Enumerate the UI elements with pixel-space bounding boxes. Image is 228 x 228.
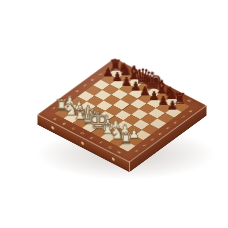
square-h8 bbox=[173, 102, 190, 112]
square-f6 bbox=[139, 103, 156, 113]
brass-clasp-icon bbox=[112, 157, 115, 162]
brass-clasp-icon bbox=[51, 126, 54, 131]
brass-clasp-icon bbox=[81, 141, 84, 146]
product-photo: AABBCCDDEEFFGGHH1122334455667788♜♞♝♛♚♝♞♜… bbox=[0, 0, 228, 228]
square-e4 bbox=[114, 110, 131, 120]
rank-label-left: 7 bbox=[93, 71, 106, 79]
